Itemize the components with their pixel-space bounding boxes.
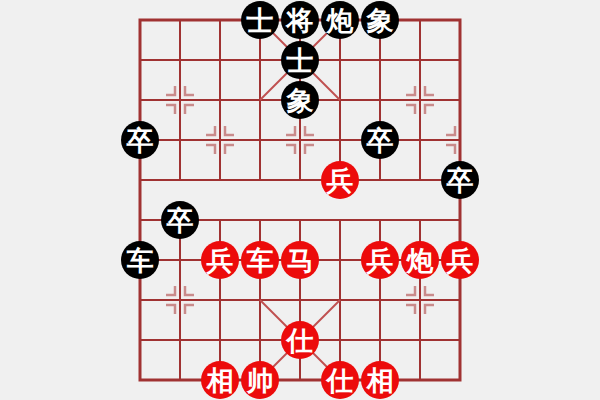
piece-red-soldier[interactable]: 兵 [361,241,399,279]
piece-label: 相 [367,367,394,394]
piece-label: 炮 [407,247,434,274]
piece-label: 马 [287,247,314,274]
piece-red-general[interactable]: 帅 [241,361,279,399]
piece-black-elephant[interactable]: 象 [281,81,319,119]
piece-label: 象 [367,7,394,34]
piece-label: 帅 [247,367,274,394]
piece-black-soldier[interactable]: 卒 [361,121,399,159]
piece-black-soldier[interactable]: 卒 [161,201,199,239]
piece-label: 仕 [287,327,314,354]
piece-label: 相 [207,367,234,394]
piece-label: 士 [247,7,274,34]
piece-black-soldier[interactable]: 卒 [121,121,159,159]
piece-label: 士 [287,47,314,74]
piece-label: 仕 [327,367,354,394]
piece-label: 车 [127,247,154,274]
piece-red-elephant[interactable]: 相 [201,361,239,399]
piece-red-cannon[interactable]: 炮 [401,241,439,279]
piece-red-soldier[interactable]: 兵 [441,241,479,279]
piece-label: 卒 [367,127,394,154]
piece-label: 炮 [327,7,354,34]
piece-label: 卒 [447,167,474,194]
piece-black-elephant[interactable]: 象 [361,1,399,39]
piece-black-advisor[interactable]: 士 [281,41,319,79]
piece-label: 象 [287,87,314,114]
piece-black-general[interactable]: 将 [281,1,319,39]
piece-label: 卒 [127,127,154,154]
piece-red-chariot[interactable]: 车 [241,241,279,279]
piece-label: 兵 [367,247,394,274]
piece-red-elephant[interactable]: 相 [361,361,399,399]
piece-layer: 士将炮象士象卒卒兵卒卒车兵车马兵炮兵仕相帅仕相 [120,0,480,400]
xiangqi-app: 士将炮象士象卒卒兵卒卒车兵车马兵炮兵仕相帅仕相 [0,0,600,400]
piece-black-cannon[interactable]: 炮 [321,1,359,39]
piece-red-soldier[interactable]: 兵 [201,241,239,279]
piece-label: 兵 [327,167,354,194]
piece-black-advisor[interactable]: 士 [241,1,279,39]
piece-red-advisor[interactable]: 仕 [321,361,359,399]
piece-black-chariot[interactable]: 车 [121,241,159,279]
piece-label: 卒 [167,207,194,234]
piece-red-soldier[interactable]: 兵 [321,161,359,199]
piece-red-advisor[interactable]: 仕 [281,321,319,359]
piece-label: 车 [247,247,274,274]
piece-label: 兵 [207,247,234,274]
piece-label: 兵 [447,247,474,274]
piece-label: 将 [287,7,314,34]
piece-black-soldier[interactable]: 卒 [441,161,479,199]
piece-red-horse[interactable]: 马 [281,241,319,279]
